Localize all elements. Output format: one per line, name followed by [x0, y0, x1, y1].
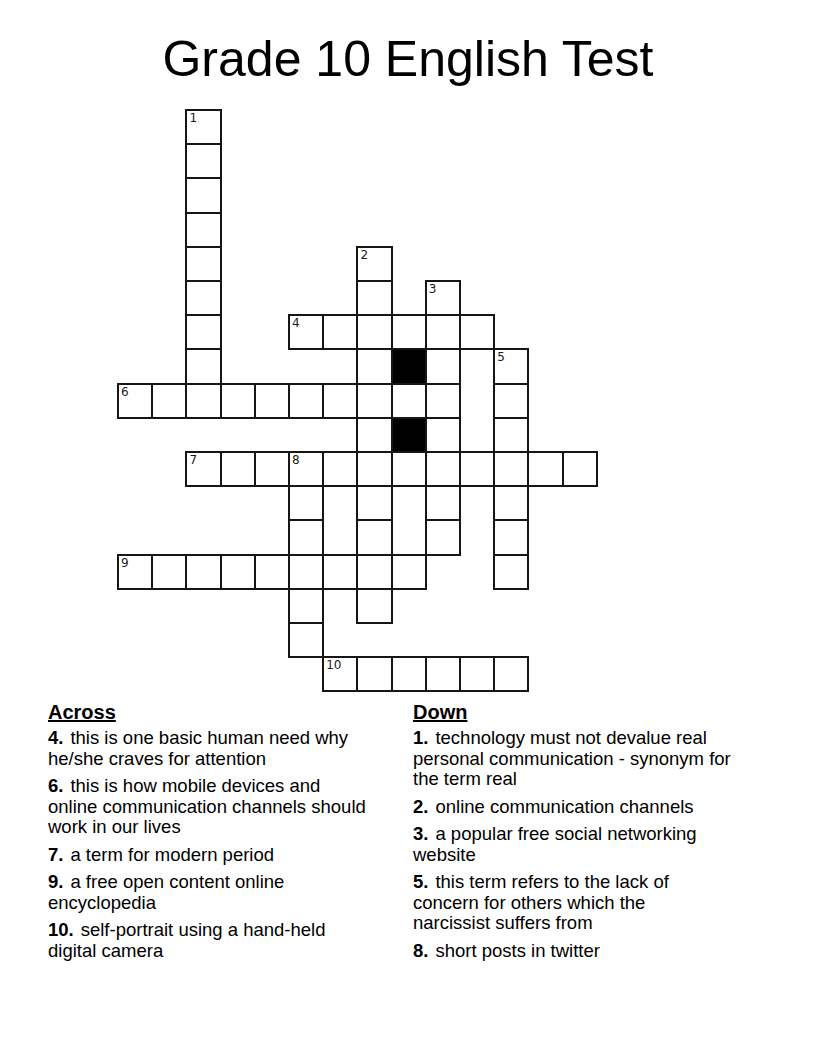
grid-cell-r13c2[interactable]	[185, 554, 221, 590]
clue-number-across-6: 6.	[48, 775, 63, 796]
grid-cell-r11c5[interactable]	[288, 485, 324, 521]
grid-cell-r11c7[interactable]	[356, 485, 392, 521]
clue-number-down-5: 5.	[413, 871, 428, 892]
grid-cell-r13c6[interactable]	[322, 554, 358, 590]
grid-cell-r10c12[interactable]	[527, 451, 563, 487]
grid-cell-r12c5[interactable]	[288, 519, 324, 555]
grid-cell-r8c8[interactable]	[391, 383, 427, 419]
grid-cell-r7c9[interactable]	[425, 348, 461, 384]
clue-text-across-6: this is how mobile devices and online co…	[48, 775, 366, 837]
down-clues-section: Down 1.technology must not devalue real …	[413, 701, 793, 961]
grid-cell-r8c7[interactable]	[356, 383, 392, 419]
grid-cell-r13c4[interactable]	[254, 554, 290, 590]
clue-text-down-2: online communication channels	[435, 796, 693, 817]
grid-cell-r4c2[interactable]	[185, 246, 221, 282]
grid-cell-r8c6[interactable]	[322, 383, 358, 419]
grid-cell-r12c9[interactable]	[425, 519, 461, 555]
grid-cell-r13c1[interactable]	[151, 554, 187, 590]
grid-cell-r16c11[interactable]	[493, 656, 529, 692]
across-heading: Across	[48, 701, 410, 723]
grid-cell-r10c10[interactable]	[459, 451, 495, 487]
clue-across-6: 6.this is how mobile devices and online …	[48, 776, 410, 838]
grid-cell-r5c2[interactable]	[185, 280, 221, 316]
clue-number-across-7: 7.	[48, 844, 63, 865]
grid-cell-r3c2[interactable]	[185, 212, 221, 248]
black-cell-r7c8	[391, 348, 427, 384]
grid-cell-r10c3[interactable]	[220, 451, 256, 487]
clue-text-down-5: this term refers to the lack of concern …	[413, 871, 669, 933]
grid-cell-r12c7[interactable]	[356, 519, 392, 555]
grid-cell-r16c10[interactable]	[459, 656, 495, 692]
clue-down-8: 8.short posts in twitter	[413, 941, 793, 962]
grid-cell-r11c9[interactable]	[425, 485, 461, 521]
grid-cell-r6c9[interactable]	[425, 314, 461, 350]
grid-cell-r13c8[interactable]	[391, 554, 427, 590]
clue-number-across-9: 9.	[48, 871, 63, 892]
clue-down-5: 5.this term refers to the lack of concer…	[413, 872, 793, 934]
grid-cell-r8c2[interactable]	[185, 383, 221, 419]
grid-cell-r8c1[interactable]	[151, 383, 187, 419]
clue-text-across-7: a term for modern period	[70, 844, 274, 865]
grid-cell-r6c2[interactable]	[185, 314, 221, 350]
grid-cell-r6c10[interactable]	[459, 314, 495, 350]
grid-cell-r14c5[interactable]	[288, 588, 324, 624]
grid-cell-r10c5[interactable]	[288, 451, 324, 487]
grid-cell-r2c2[interactable]	[185, 177, 221, 213]
down-heading: Down	[413, 701, 793, 723]
clue-down-2: 2.online communication channels	[413, 797, 793, 818]
grid-cell-r9c11[interactable]	[493, 417, 529, 453]
grid-cell-r10c8[interactable]	[391, 451, 427, 487]
grid-cell-r9c9[interactable]	[425, 417, 461, 453]
grid-cell-r7c7[interactable]	[356, 348, 392, 384]
puzzle-title: Grade 10 English Test	[0, 31, 816, 87]
grid-cell-r8c11[interactable]	[493, 383, 529, 419]
grid-cell-r1c2[interactable]	[185, 143, 221, 179]
grid-cell-r10c9[interactable]	[425, 451, 461, 487]
grid-cell-r16c6[interactable]	[322, 656, 358, 692]
grid-cell-r5c7[interactable]	[356, 280, 392, 316]
grid-cell-r10c6[interactable]	[322, 451, 358, 487]
grid-cell-r13c7[interactable]	[356, 554, 392, 590]
grid-cell-r12c11[interactable]	[493, 519, 529, 555]
grid-cell-r7c11[interactable]	[493, 348, 529, 384]
clue-number-down-3: 3.	[413, 823, 428, 844]
clue-text-across-4: this is one basic human need why he/she …	[48, 727, 348, 769]
clue-down-1: 1.technology must not devalue real perso…	[413, 728, 793, 790]
grid-cell-r15c5[interactable]	[288, 622, 324, 658]
grid-cell-r6c8[interactable]	[391, 314, 427, 350]
clue-number-across-4: 4.	[48, 727, 63, 748]
grid-cell-r8c9[interactable]	[425, 383, 461, 419]
grid-cell-r16c7[interactable]	[356, 656, 392, 692]
grid-cell-r13c11[interactable]	[493, 554, 529, 590]
clue-text-across-9: a free open content online encyclopedia	[48, 871, 284, 913]
black-cell-r9c8	[391, 417, 427, 453]
grid-cell-r10c7[interactable]	[356, 451, 392, 487]
grid-cell-r8c4[interactable]	[254, 383, 290, 419]
clue-across-10: 10.self-portrait using a hand-held digit…	[48, 920, 410, 961]
grid-cell-r8c0[interactable]	[117, 383, 153, 419]
grid-cell-r7c2[interactable]	[185, 348, 221, 384]
grid-cell-r5c9[interactable]	[425, 280, 461, 316]
clue-across-4: 4.this is one basic human need why he/sh…	[48, 728, 410, 769]
clue-text-down-3: a popular free social networking website	[413, 823, 697, 865]
clue-across-7: 7.a term for modern period	[48, 845, 410, 866]
clue-across-9: 9.a free open content online encyclopedi…	[48, 872, 410, 913]
grid-cell-r10c2[interactable]	[185, 451, 221, 487]
grid-cell-r8c5[interactable]	[288, 383, 324, 419]
grid-cell-r0c2[interactable]	[185, 109, 221, 145]
clue-text-down-1: technology must not devalue real persona…	[413, 727, 731, 789]
clue-number-down-8: 8.	[413, 940, 428, 961]
clue-text-down-8: short posts in twitter	[435, 940, 600, 961]
crossword-grid: 12345678910	[117, 109, 598, 693]
grid-cell-r6c5[interactable]	[288, 314, 324, 350]
grid-cell-r13c3[interactable]	[220, 554, 256, 590]
grid-cell-r13c5[interactable]	[288, 554, 324, 590]
grid-cell-r6c7[interactable]	[356, 314, 392, 350]
clue-down-3: 3.a popular free social networking websi…	[413, 824, 793, 865]
clue-number-down-1: 1.	[413, 727, 428, 748]
clue-text-across-10: self-portrait using a hand-held digital …	[48, 919, 325, 961]
grid-cell-r10c13[interactable]	[562, 451, 598, 487]
grid-cell-r13c0[interactable]	[117, 554, 153, 590]
grid-cell-r10c11[interactable]	[493, 451, 529, 487]
grid-cell-r8c3[interactable]	[220, 383, 256, 419]
page: Grade 10 English Test 12345678910 Across…	[0, 0, 816, 1056]
grid-cell-r9c7[interactable]	[356, 417, 392, 453]
grid-cell-r16c8[interactable]	[391, 656, 427, 692]
clue-number-across-10: 10.	[48, 919, 74, 940]
grid-cell-r6c6[interactable]	[322, 314, 358, 350]
across-clues-section: Across 4.this is one basic human need wh…	[48, 701, 410, 961]
grid-cell-r11c11[interactable]	[493, 485, 529, 521]
grid-cell-r14c7[interactable]	[356, 588, 392, 624]
clue-number-down-2: 2.	[413, 796, 428, 817]
grid-cell-r10c4[interactable]	[254, 451, 290, 487]
grid-cell-r16c9[interactable]	[425, 656, 461, 692]
grid-cell-r4c7[interactable]	[356, 246, 392, 282]
